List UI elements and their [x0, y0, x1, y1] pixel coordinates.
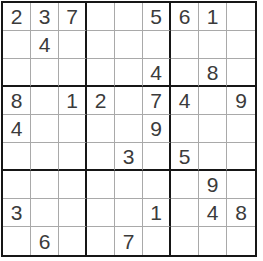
cell-r3c1[interactable]: [3, 59, 31, 87]
cell-r9c3[interactable]: [59, 227, 87, 255]
cell-r5c5[interactable]: [115, 115, 143, 143]
cell-r2c1[interactable]: [3, 31, 31, 59]
sudoku-board: 23756144881274949359314867: [1, 1, 257, 257]
given-digit-r5c6: 9: [143, 115, 171, 143]
given-digit-r1c1: 2: [3, 3, 31, 31]
cell-r2c8[interactable]: [199, 31, 227, 59]
cell-r8c2[interactable]: [31, 199, 59, 227]
given-digit-r4c7: 4: [171, 87, 199, 115]
cell-r5c4[interactable]: [87, 115, 115, 143]
given-digit-r2c2: 4: [31, 31, 59, 59]
cell-r9c8[interactable]: [199, 227, 227, 255]
cell-r3c2[interactable]: [31, 59, 59, 87]
cell-r2c3[interactable]: [59, 31, 87, 59]
given-digit-r5c1: 4: [3, 115, 31, 143]
cell-r7c3[interactable]: [59, 171, 87, 199]
cell-r4c2[interactable]: [31, 87, 59, 115]
sudoku-board-wrapper: 23756144881274949359314867: [1, 1, 257, 257]
cell-r7c1[interactable]: [3, 171, 31, 199]
cell-r7c7[interactable]: [171, 171, 199, 199]
cell-r5c7[interactable]: [171, 115, 199, 143]
cell-r2c7[interactable]: [171, 31, 199, 59]
cell-r9c7[interactable]: [171, 227, 199, 255]
cell-r6c2[interactable]: [31, 143, 59, 171]
cell-r9c1[interactable]: [3, 227, 31, 255]
given-digit-r8c9: 8: [227, 199, 255, 227]
cell-r4c5[interactable]: [115, 87, 143, 115]
given-digit-r1c2: 3: [31, 3, 59, 31]
given-digit-r4c6: 7: [143, 87, 171, 115]
cell-r2c4[interactable]: [87, 31, 115, 59]
cell-r4c8[interactable]: [199, 87, 227, 115]
given-digit-r7c8: 9: [199, 171, 227, 199]
cell-r7c9[interactable]: [227, 171, 255, 199]
cell-r2c6[interactable]: [143, 31, 171, 59]
given-digit-r3c8: 8: [199, 59, 227, 87]
cell-r3c5[interactable]: [115, 59, 143, 87]
cell-r9c6[interactable]: [143, 227, 171, 255]
cell-r6c6[interactable]: [143, 143, 171, 171]
given-digit-r1c8: 1: [199, 3, 227, 31]
cell-r7c4[interactable]: [87, 171, 115, 199]
given-digit-r4c4: 2: [87, 87, 115, 115]
given-digit-r8c1: 3: [3, 199, 31, 227]
cell-r6c4[interactable]: [87, 143, 115, 171]
cell-r7c2[interactable]: [31, 171, 59, 199]
given-digit-r9c2: 6: [31, 227, 59, 255]
cell-r3c4[interactable]: [87, 59, 115, 87]
cell-r6c9[interactable]: [227, 143, 255, 171]
given-digit-r4c9: 9: [227, 87, 255, 115]
cell-r5c9[interactable]: [227, 115, 255, 143]
cell-r8c7[interactable]: [171, 199, 199, 227]
cell-r7c6[interactable]: [143, 171, 171, 199]
given-digit-r8c6: 1: [143, 199, 171, 227]
given-digit-r4c1: 8: [3, 87, 31, 115]
cell-r6c1[interactable]: [3, 143, 31, 171]
cell-r7c5[interactable]: [115, 171, 143, 199]
given-digit-r1c3: 7: [59, 3, 87, 31]
cell-r5c3[interactable]: [59, 115, 87, 143]
given-digit-r9c5: 7: [115, 227, 143, 255]
cell-r8c4[interactable]: [87, 199, 115, 227]
cell-r9c4[interactable]: [87, 227, 115, 255]
given-digit-r1c6: 5: [143, 3, 171, 31]
cell-r1c9[interactable]: [227, 3, 255, 31]
cell-r5c8[interactable]: [199, 115, 227, 143]
cell-r6c8[interactable]: [199, 143, 227, 171]
cell-r1c4[interactable]: [87, 3, 115, 31]
cell-r3c9[interactable]: [227, 59, 255, 87]
cell-r3c7[interactable]: [171, 59, 199, 87]
cell-r3c3[interactable]: [59, 59, 87, 87]
given-digit-r4c3: 1: [59, 87, 87, 115]
cell-r1c5[interactable]: [115, 3, 143, 31]
given-digit-r6c5: 3: [115, 143, 143, 171]
cell-r2c9[interactable]: [227, 31, 255, 59]
given-digit-r8c8: 4: [199, 199, 227, 227]
cell-r8c5[interactable]: [115, 199, 143, 227]
cell-r2c5[interactable]: [115, 31, 143, 59]
given-digit-r1c7: 6: [171, 3, 199, 31]
cell-r9c9[interactable]: [227, 227, 255, 255]
cell-r5c2[interactable]: [31, 115, 59, 143]
given-digit-r6c7: 5: [171, 143, 199, 171]
cell-r8c3[interactable]: [59, 199, 87, 227]
cell-r6c3[interactable]: [59, 143, 87, 171]
given-digit-r3c6: 4: [143, 59, 171, 87]
